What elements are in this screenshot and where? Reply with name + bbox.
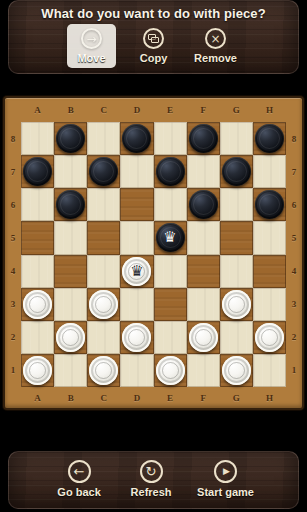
square-B3[interactable] <box>54 288 87 321</box>
square-F4[interactable] <box>187 255 220 288</box>
square-A7[interactable] <box>21 155 54 188</box>
square-E7[interactable] <box>154 155 187 188</box>
frame-corner <box>5 98 21 122</box>
piece-dark-man[interactable] <box>189 190 218 219</box>
rank-label-left-4: 4 <box>5 255 21 288</box>
piece-dark-man[interactable] <box>56 124 85 153</box>
square-E3[interactable] <box>154 288 187 321</box>
square-D7[interactable] <box>120 155 153 188</box>
piece-white-man[interactable] <box>23 290 52 319</box>
move-icon: → <box>81 28 102 49</box>
refresh-button[interactable]: ↻ Refresh <box>123 458 179 500</box>
move-button-label: Move <box>77 52 105 64</box>
square-A8[interactable] <box>21 122 54 155</box>
square-D2[interactable] <box>120 321 153 354</box>
rank-label-right-3: 3 <box>286 288 302 321</box>
piece-white-man[interactable] <box>122 323 151 352</box>
square-C5[interactable] <box>87 221 120 254</box>
square-H1[interactable] <box>253 354 286 387</box>
square-A1[interactable] <box>21 354 54 387</box>
square-E5[interactable]: ♛ <box>154 221 187 254</box>
file-label-E: E <box>154 387 187 408</box>
go-back-label: Go back <box>57 486 100 498</box>
square-B2[interactable] <box>54 321 87 354</box>
play-triangle-glyph: ▶ <box>221 467 230 476</box>
square-H6[interactable] <box>253 188 286 221</box>
square-H5[interactable] <box>253 221 286 254</box>
square-A5[interactable] <box>21 221 54 254</box>
square-C7[interactable] <box>87 155 120 188</box>
square-G7[interactable] <box>220 155 253 188</box>
checkers-board-area: ABCDEFGH8877665♛54♛4332211ABCDEFGH <box>3 96 304 410</box>
square-C4[interactable] <box>87 255 120 288</box>
piece-white-king[interactable]: ♛ <box>122 257 151 286</box>
square-D8[interactable] <box>120 122 153 155</box>
square-D5[interactable] <box>120 221 153 254</box>
rank-label-left-8: 8 <box>5 122 21 155</box>
refresh-icon: ↻ <box>140 460 163 483</box>
piece-white-man[interactable] <box>189 323 218 352</box>
move-arrow-glyph: → <box>86 33 96 45</box>
square-H8[interactable] <box>253 122 286 155</box>
frame-corner <box>286 98 302 122</box>
piece-dark-man[interactable] <box>189 124 218 153</box>
piece-white-man[interactable] <box>89 356 118 385</box>
rank-label-right-6: 6 <box>286 188 302 221</box>
piece-dark-man[interactable] <box>122 124 151 153</box>
rank-label-left-3: 3 <box>5 288 21 321</box>
square-H7[interactable] <box>253 155 286 188</box>
start-game-button[interactable]: ▶ Start game <box>195 458 256 500</box>
square-A3[interactable] <box>21 288 54 321</box>
copy-pages-glyph <box>148 34 159 43</box>
rank-label-left-6: 6 <box>5 188 21 221</box>
square-D4[interactable]: ♛ <box>120 255 153 288</box>
remove-button[interactable]: × Remove <box>191 24 240 68</box>
square-F8[interactable] <box>187 122 220 155</box>
king-crown-icon: ♛ <box>163 230 176 245</box>
piece-dark-man[interactable] <box>255 124 284 153</box>
remove-icon: × <box>205 28 226 49</box>
rank-label-right-4: 4 <box>286 255 302 288</box>
piece-white-man[interactable] <box>222 290 251 319</box>
file-label-G: G <box>220 98 253 122</box>
go-back-button[interactable]: ← Go back <box>51 458 107 500</box>
refresh-arrow-glyph: ↻ <box>146 465 157 478</box>
start-game-label: Start game <box>197 486 254 498</box>
play-icon: ▶ <box>214 460 237 483</box>
square-F2[interactable] <box>187 321 220 354</box>
piece-white-man[interactable] <box>156 356 185 385</box>
copy-icon <box>143 28 164 49</box>
square-A6[interactable] <box>21 188 54 221</box>
square-E2[interactable] <box>154 321 187 354</box>
square-G4[interactable] <box>220 255 253 288</box>
square-F6[interactable] <box>187 188 220 221</box>
square-C6[interactable] <box>87 188 120 221</box>
piece-dark-man[interactable] <box>222 157 251 186</box>
square-F7[interactable] <box>187 155 220 188</box>
rank-label-right-7: 7 <box>286 155 302 188</box>
file-label-A: A <box>21 98 54 122</box>
square-F5[interactable] <box>187 221 220 254</box>
piece-dark-king[interactable]: ♛ <box>156 223 185 252</box>
piece-white-man[interactable] <box>222 356 251 385</box>
square-B5[interactable] <box>54 221 87 254</box>
file-label-F: F <box>187 98 220 122</box>
remove-button-label: Remove <box>194 52 237 64</box>
piece-dark-man[interactable] <box>56 190 85 219</box>
action-buttons: → Move Copy × Remove <box>9 24 298 68</box>
back-icon: ← <box>68 460 91 483</box>
square-E6[interactable] <box>154 188 187 221</box>
square-H3[interactable] <box>253 288 286 321</box>
frame-corner <box>286 387 302 408</box>
square-E1[interactable] <box>154 354 187 387</box>
piece-dark-man[interactable] <box>89 157 118 186</box>
square-B8[interactable] <box>54 122 87 155</box>
square-C1[interactable] <box>87 354 120 387</box>
piece-dark-man[interactable] <box>255 190 284 219</box>
square-B6[interactable] <box>54 188 87 221</box>
square-A4[interactable] <box>21 255 54 288</box>
piece-white-man[interactable] <box>56 323 85 352</box>
dialog-title: What do you want to do with piece? <box>9 6 298 21</box>
app-screen: What do you want to do with piece? → Mov… <box>0 0 307 512</box>
rank-label-right-8: 8 <box>286 122 302 155</box>
checkers-board: ABCDEFGH8877665♛54♛4332211ABCDEFGH <box>3 96 304 410</box>
refresh-label: Refresh <box>131 486 172 498</box>
square-G6[interactable] <box>220 188 253 221</box>
piece-action-dialog: What do you want to do with piece? → Mov… <box>8 0 299 74</box>
square-G3[interactable] <box>220 288 253 321</box>
piece-dark-man[interactable] <box>156 157 185 186</box>
file-label-H: H <box>253 98 286 122</box>
square-C2[interactable] <box>87 321 120 354</box>
move-button[interactable]: → Move <box>67 24 116 68</box>
file-label-D: D <box>120 98 153 122</box>
square-D1[interactable] <box>120 354 153 387</box>
rank-label-left-1: 1 <box>5 354 21 387</box>
square-H4[interactable] <box>253 255 286 288</box>
square-D6[interactable] <box>120 188 153 221</box>
file-label-H: H <box>253 387 286 408</box>
piece-white-man[interactable] <box>89 290 118 319</box>
square-A2[interactable] <box>21 321 54 354</box>
bottom-toolbar: ← Go back ↻ Refresh ▶ Start game <box>8 451 299 509</box>
square-C3[interactable] <box>87 288 120 321</box>
square-E8[interactable] <box>154 122 187 155</box>
frame-corner <box>5 387 21 408</box>
file-label-B: B <box>54 387 87 408</box>
square-G5[interactable] <box>220 221 253 254</box>
square-F3[interactable] <box>187 288 220 321</box>
copy-button[interactable]: Copy <box>129 24 178 68</box>
file-label-G: G <box>220 387 253 408</box>
file-label-D: D <box>120 387 153 408</box>
square-C8[interactable] <box>87 122 120 155</box>
square-B1[interactable] <box>54 354 87 387</box>
square-G1[interactable] <box>220 354 253 387</box>
file-label-E: E <box>154 98 187 122</box>
file-label-B: B <box>54 98 87 122</box>
file-label-A: A <box>21 387 54 408</box>
rank-label-right-1: 1 <box>286 354 302 387</box>
remove-x-glyph: × <box>210 33 220 45</box>
square-F1[interactable] <box>187 354 220 387</box>
file-label-C: C <box>87 387 120 408</box>
back-arrow-glyph: ← <box>74 465 85 478</box>
piece-white-man[interactable] <box>23 356 52 385</box>
piece-white-man[interactable] <box>255 323 284 352</box>
square-B7[interactable] <box>54 155 87 188</box>
square-D3[interactable] <box>120 288 153 321</box>
rank-label-left-2: 2 <box>5 321 21 354</box>
square-B4[interactable] <box>54 255 87 288</box>
square-G8[interactable] <box>220 122 253 155</box>
file-label-C: C <box>87 98 120 122</box>
rank-label-right-5: 5 <box>286 221 302 254</box>
piece-dark-man[interactable] <box>23 157 52 186</box>
square-H2[interactable] <box>253 321 286 354</box>
square-E4[interactable] <box>154 255 187 288</box>
king-crown-icon: ♛ <box>130 264 143 279</box>
square-G2[interactable] <box>220 321 253 354</box>
rank-label-left-5: 5 <box>5 221 21 254</box>
rank-label-right-2: 2 <box>286 321 302 354</box>
copy-button-label: Copy <box>140 52 168 64</box>
file-label-F: F <box>187 387 220 408</box>
toolbar-buttons: ← Go back ↻ Refresh ▶ Start game <box>9 458 298 500</box>
rank-label-left-7: 7 <box>5 155 21 188</box>
